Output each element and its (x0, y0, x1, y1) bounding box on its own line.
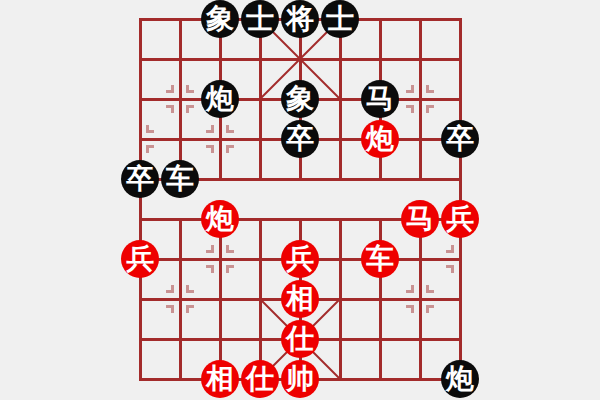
xiangqi-board[interactable]: 象士将士炮象马卒炮卒卒车炮马兵兵兵车相仕相仕帅炮 (140, 19, 460, 379)
piece-red-advisor[interactable]: 仕 (281, 320, 319, 358)
piece-red-elephant[interactable]: 相 (281, 280, 319, 318)
piece-red-horse[interactable]: 马 (401, 200, 439, 238)
piece-red-soldier[interactable]: 兵 (281, 240, 319, 278)
piece-red-general[interactable]: 帅 (281, 360, 319, 398)
piece-black-cannon[interactable]: 炮 (441, 360, 479, 398)
piece-red-soldier[interactable]: 兵 (121, 240, 159, 278)
piece-black-soldier[interactable]: 卒 (281, 120, 319, 158)
piece-black-chariot[interactable]: 车 (161, 160, 199, 198)
piece-black-soldier[interactable]: 卒 (121, 160, 159, 198)
piece-black-elephant[interactable]: 象 (201, 0, 239, 38)
piece-red-cannon[interactable]: 炮 (201, 200, 239, 238)
piece-black-elephant[interactable]: 象 (281, 80, 319, 118)
piece-black-advisor[interactable]: 士 (321, 0, 359, 38)
piece-black-general[interactable]: 将 (281, 0, 319, 38)
piece-black-advisor[interactable]: 士 (241, 0, 279, 38)
piece-red-advisor[interactable]: 仕 (241, 360, 279, 398)
piece-red-chariot[interactable]: 车 (361, 240, 399, 278)
piece-red-elephant[interactable]: 相 (201, 360, 239, 398)
piece-black-soldier[interactable]: 卒 (441, 120, 479, 158)
piece-black-horse[interactable]: 马 (361, 80, 399, 118)
page-background: 象士将士炮象马卒炮卒卒车炮马兵兵兵车相仕相仕帅炮 (0, 0, 600, 400)
piece-black-cannon[interactable]: 炮 (201, 80, 239, 118)
intersection-grid: 象士将士炮象马卒炮卒卒车炮马兵兵兵车相仕相仕帅炮 (120, 0, 480, 399)
piece-red-cannon[interactable]: 炮 (361, 120, 399, 158)
piece-red-soldier[interactable]: 兵 (441, 200, 479, 238)
